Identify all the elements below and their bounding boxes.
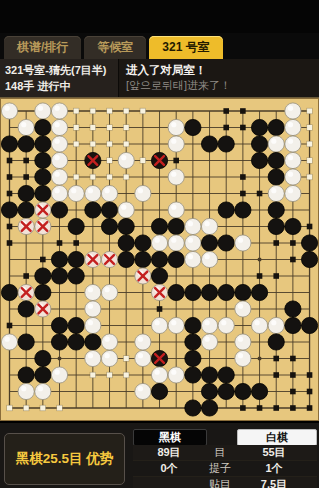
chat-message-player-joined: [앞으로뒤태]进来了！	[126, 78, 319, 93]
black-stone	[18, 185, 34, 201]
black-captures: 0个	[133, 461, 205, 476]
stone-highlight	[271, 139, 276, 144]
black-stone	[35, 136, 51, 152]
black-territory-marker	[240, 125, 246, 131]
white-stone	[85, 284, 101, 300]
black-stone	[35, 152, 51, 168]
white-territory-marker	[307, 125, 313, 131]
black-stone	[1, 136, 17, 152]
black-stone	[51, 268, 67, 284]
white-stone	[168, 119, 184, 135]
white-stone	[268, 136, 284, 152]
white-stone	[285, 169, 301, 185]
white-stone	[85, 185, 101, 201]
header-gap	[207, 429, 237, 445]
white-stone	[51, 119, 67, 135]
black-territory-marker	[290, 372, 296, 378]
white-territory-marker	[307, 174, 313, 180]
black-stone	[18, 202, 34, 218]
black-stone	[201, 383, 217, 399]
points-label: 目	[205, 445, 235, 460]
black-stone	[218, 202, 234, 218]
black-territory-marker	[307, 405, 313, 411]
black-territory-marker	[307, 224, 313, 230]
stone-highlight	[205, 254, 210, 259]
black-stone	[51, 334, 67, 350]
black-stone	[68, 251, 84, 267]
black-stone	[251, 383, 267, 399]
stone-highlight	[238, 337, 243, 342]
stone-highlight	[288, 139, 293, 144]
black-territory-marker	[273, 356, 279, 362]
white-stone	[235, 334, 251, 350]
black-stone	[185, 119, 201, 135]
black-territory-marker	[223, 125, 229, 131]
stone-highlight	[205, 337, 210, 342]
black-territory-marker	[240, 405, 246, 411]
stone-highlight	[71, 188, 76, 193]
black-stone	[118, 235, 134, 251]
black-stone	[235, 383, 251, 399]
black-stone	[218, 136, 234, 152]
stone-highlight	[105, 188, 110, 193]
black-stone	[135, 251, 151, 267]
room-title: 321号室-猜先(7目半)	[5, 62, 118, 78]
stone-highlight	[155, 370, 160, 375]
stone-highlight	[105, 353, 110, 358]
black-stone	[251, 136, 267, 152]
white-stone	[268, 317, 284, 333]
stone-highlight	[5, 337, 10, 342]
tab-room-321[interactable]: 321 号室	[149, 36, 222, 59]
white-stone	[185, 235, 201, 251]
white-stone	[168, 202, 184, 218]
white-stone	[201, 218, 217, 234]
white-territory-marker	[107, 125, 113, 131]
black-stone	[151, 268, 167, 284]
white-stone	[135, 350, 151, 366]
stone-highlight	[121, 155, 126, 160]
stone-highlight	[138, 337, 143, 342]
white-stone	[235, 235, 251, 251]
black-stone	[218, 235, 234, 251]
white-territory-marker	[23, 405, 29, 411]
black-stone	[201, 235, 217, 251]
stone-highlight	[88, 353, 93, 358]
white-stone	[35, 383, 51, 399]
black-territory-marker	[290, 405, 296, 411]
white-stone	[135, 334, 151, 350]
go-board[interactable]	[0, 98, 319, 421]
white-territory-marker	[107, 174, 113, 180]
black-territory-marker	[257, 191, 263, 197]
stone-highlight	[238, 238, 243, 243]
score-table: 黑棋 白棋 89目 目 55目 0个 提子 1个 贴目 7.5目	[133, 429, 317, 485]
white-territory-marker	[90, 372, 96, 378]
stone-highlight	[55, 155, 60, 160]
white-stone	[118, 202, 134, 218]
white-stone	[218, 317, 234, 333]
black-player-header: 黑棋	[133, 429, 207, 446]
hoshi-point	[258, 357, 262, 361]
status-bar	[0, 0, 319, 33]
stone-highlight	[171, 238, 176, 243]
stone-highlight	[88, 304, 93, 309]
black-stone	[268, 334, 284, 350]
black-territory-marker	[273, 405, 279, 411]
stone-highlight	[238, 353, 243, 358]
black-territory-marker	[7, 191, 13, 197]
black-territory-marker	[40, 257, 46, 263]
stone-highlight	[255, 320, 260, 325]
stone-highlight	[21, 386, 26, 391]
black-territory-marker	[7, 323, 13, 329]
white-stone	[18, 383, 34, 399]
lead-estimate-box: 黑棋25.5目 优势	[4, 433, 125, 485]
black-stone	[35, 119, 51, 135]
black-territory-marker	[23, 273, 29, 279]
white-stone	[18, 119, 34, 135]
white-stone	[285, 103, 301, 119]
stone-highlight	[105, 287, 110, 292]
black-territory-marker	[290, 356, 296, 362]
white-player-header: 白棋	[237, 429, 317, 446]
black-stone	[185, 334, 201, 350]
black-territory-marker	[273, 372, 279, 378]
black-stone	[151, 383, 167, 399]
black-territory-marker	[23, 174, 29, 180]
white-territory-marker	[73, 174, 79, 180]
komi-label: 贴目	[205, 477, 235, 488]
black-stone	[118, 218, 134, 234]
stone-highlight	[155, 238, 160, 243]
white-stone	[151, 235, 167, 251]
white-stone	[285, 119, 301, 135]
white-territory-marker	[107, 141, 113, 147]
black-stone	[1, 202, 17, 218]
stone-highlight	[121, 205, 126, 210]
white-stone	[185, 218, 201, 234]
white-stone	[285, 136, 301, 152]
black-stone	[35, 284, 51, 300]
white-points: 55目	[235, 445, 313, 460]
white-stone	[101, 185, 117, 201]
black-stone	[101, 218, 117, 234]
black-stone	[301, 251, 317, 267]
stone-highlight	[171, 205, 176, 210]
white-stone	[151, 317, 167, 333]
chat-message-enter-room: 进入了对局室！	[126, 62, 319, 78]
white-territory-marker	[90, 174, 96, 180]
stone-highlight	[288, 155, 293, 160]
black-stone	[201, 284, 217, 300]
white-stone	[68, 185, 84, 201]
stone-highlight	[88, 287, 93, 292]
captures-label: 提子	[205, 461, 235, 476]
white-stone	[201, 317, 217, 333]
white-territory-marker	[107, 372, 113, 378]
white-stone	[251, 317, 267, 333]
black-stone	[168, 251, 184, 267]
move-status: 148手 进行中	[5, 78, 118, 94]
white-territory-marker	[140, 108, 146, 114]
white-territory-marker	[73, 141, 79, 147]
black-stone	[285, 218, 301, 234]
info-row: 321号室-猜先(7目半) 148手 进行中 进入了对局室！ [앞으로뒤태]进来…	[0, 59, 319, 98]
lead-estimate-text: 黑棋25.5目 优势	[16, 450, 114, 468]
white-stone	[85, 317, 101, 333]
black-stone	[251, 284, 267, 300]
black-territory-marker	[240, 108, 246, 114]
black-stone	[285, 317, 301, 333]
black-territory-marker	[240, 174, 246, 180]
white-stone	[268, 185, 284, 201]
white-territory-marker	[123, 174, 129, 180]
black-territory-marker	[273, 240, 279, 246]
go-app-window: 棋谱/排行 等候室 321 号室 321号室-猜先(7目半) 148手 进行中 …	[0, 0, 319, 488]
white-stone	[151, 367, 167, 383]
black-points: 89目	[133, 445, 205, 460]
white-stone	[285, 185, 301, 201]
white-stone	[168, 136, 184, 152]
white-territory-marker	[123, 372, 129, 378]
black-stone	[151, 218, 167, 234]
black-stone	[185, 317, 201, 333]
stone-highlight	[221, 320, 226, 325]
white-stone	[51, 103, 67, 119]
black-stone	[18, 334, 34, 350]
score-row-points: 89目 目 55目	[133, 445, 317, 461]
black-territory-marker	[290, 257, 296, 263]
black-stone	[168, 218, 184, 234]
black-stone	[268, 152, 284, 168]
black-stone	[251, 152, 267, 168]
black-stone	[35, 169, 51, 185]
black-stone	[268, 119, 284, 135]
black-territory-marker	[257, 273, 263, 279]
white-stone	[201, 334, 217, 350]
black-stone	[218, 383, 234, 399]
black-territory-marker	[157, 306, 163, 312]
white-territory-marker	[107, 108, 113, 114]
score-row-komi: 贴目 7.5目	[133, 477, 317, 488]
white-stone	[135, 383, 151, 399]
stone-highlight	[105, 337, 110, 342]
black-stone	[268, 169, 284, 185]
white-stone	[51, 367, 67, 383]
tab-kifu-ranking[interactable]: 棋谱/排行	[4, 36, 81, 59]
black-stone	[135, 235, 151, 251]
black-stone	[285, 301, 301, 317]
stone-highlight	[188, 254, 193, 259]
white-territory-marker	[90, 141, 96, 147]
white-territory-marker	[73, 125, 79, 131]
black-stone	[235, 284, 251, 300]
black-territory-marker	[240, 191, 246, 197]
white-stone	[235, 350, 251, 366]
black-territory-marker	[290, 240, 296, 246]
black-stone	[301, 317, 317, 333]
stone-highlight	[55, 122, 60, 127]
stone-highlight	[38, 106, 43, 111]
black-stone	[185, 284, 201, 300]
white-territory-marker	[123, 356, 129, 362]
white-stone	[101, 350, 117, 366]
black-stone	[218, 284, 234, 300]
white-stone	[1, 103, 17, 119]
stone-highlight	[5, 106, 10, 111]
stone-highlight	[155, 320, 160, 325]
stone-highlight	[271, 188, 276, 193]
black-territory-marker	[273, 273, 279, 279]
black-stone	[18, 136, 34, 152]
white-territory-marker	[57, 405, 63, 411]
stone-highlight	[55, 188, 60, 193]
stone-highlight	[205, 320, 210, 325]
white-stone	[51, 185, 67, 201]
white-stone	[51, 152, 67, 168]
white-stone	[185, 251, 201, 267]
black-stone	[35, 350, 51, 366]
black-territory-marker	[257, 405, 263, 411]
white-stone	[51, 136, 67, 152]
white-komi: 7.5目	[235, 477, 313, 488]
stone-highlight	[271, 320, 276, 325]
black-stone	[51, 317, 67, 333]
stone-highlight	[21, 122, 26, 127]
white-territory-marker	[307, 141, 313, 147]
black-territory-marker	[7, 224, 13, 230]
black-stone	[1, 284, 17, 300]
black-stone	[35, 268, 51, 284]
tab-bar: 棋谱/排行 等候室 321 号室	[0, 33, 319, 59]
white-territory-marker	[307, 108, 313, 114]
black-territory-marker	[7, 240, 13, 246]
white-stone	[168, 235, 184, 251]
hoshi-point	[58, 357, 62, 361]
stone-highlight	[88, 188, 93, 193]
white-territory-marker	[90, 108, 96, 114]
white-stone	[135, 185, 151, 201]
white-stone	[201, 251, 217, 267]
stone-highlight	[171, 172, 176, 177]
stone-highlight	[171, 139, 176, 144]
black-stone	[85, 202, 101, 218]
black-territory-marker	[73, 240, 79, 246]
white-stone	[51, 169, 67, 185]
stone-highlight	[188, 238, 193, 243]
chat-log[interactable]: 进入了对局室！ [앞으로뒤태]进来了！	[118, 59, 319, 97]
stone-highlight	[188, 221, 193, 226]
black-stone	[201, 367, 217, 383]
stone-highlight	[288, 106, 293, 111]
room-info: 321号室-猜先(7目半) 148手 进行中	[0, 59, 118, 97]
white-stone	[235, 301, 251, 317]
white-stone	[85, 350, 101, 366]
black-stone	[185, 367, 201, 383]
black-stone	[151, 251, 167, 267]
white-stone	[168, 317, 184, 333]
white-stone	[101, 334, 117, 350]
white-territory-marker	[73, 108, 79, 114]
white-territory-marker	[90, 125, 96, 131]
black-stone	[218, 367, 234, 383]
stone-highlight	[288, 172, 293, 177]
black-stone	[251, 119, 267, 135]
score-headers: 黑棋 白棋	[133, 429, 317, 445]
white-stone	[168, 169, 184, 185]
stone-highlight	[88, 320, 93, 325]
white-stone	[118, 152, 134, 168]
black-stone	[201, 136, 217, 152]
stone-highlight	[55, 139, 60, 144]
black-territory-marker	[307, 372, 313, 378]
go-board-svg[interactable]	[0, 98, 319, 421]
black-stone	[35, 367, 51, 383]
white-stone	[85, 301, 101, 317]
black-territory-marker	[223, 108, 229, 114]
black-stone	[68, 268, 84, 284]
white-territory-marker	[40, 405, 46, 411]
black-stone	[85, 334, 101, 350]
stone-highlight	[171, 320, 176, 325]
stone-highlight	[55, 370, 60, 375]
black-territory-marker	[307, 389, 313, 395]
stone-highlight	[138, 353, 143, 358]
black-territory-marker	[7, 158, 13, 164]
white-stone	[285, 152, 301, 168]
stone-highlight	[288, 188, 293, 193]
black-territory-marker	[23, 158, 29, 164]
score-row-captures: 0个 提子 1个	[133, 461, 317, 477]
black-stone	[18, 367, 34, 383]
white-territory-marker	[140, 158, 146, 164]
white-stone	[35, 103, 51, 119]
black-stone	[68, 218, 84, 234]
white-territory-marker	[7, 405, 13, 411]
tab-waiting-room[interactable]: 等候室	[84, 36, 146, 59]
black-stone	[168, 284, 184, 300]
stone-highlight	[171, 122, 176, 127]
stone-highlight	[288, 122, 293, 127]
black-stone	[68, 317, 84, 333]
black-stone	[185, 400, 201, 416]
black-stone	[68, 334, 84, 350]
hoshi-point	[258, 258, 262, 262]
black-stone	[35, 185, 51, 201]
white-stone	[168, 367, 184, 383]
white-stone	[101, 284, 117, 300]
score-panel: 黑棋25.5目 优势 黑棋 白棋 89目 目 55目 0个 提子 1个 贴目 7…	[0, 421, 319, 488]
black-stone	[268, 202, 284, 218]
stone-highlight	[38, 386, 43, 391]
black-stone	[185, 350, 201, 366]
stone-highlight	[138, 188, 143, 193]
black-stone	[101, 202, 117, 218]
black-territory-marker	[57, 240, 63, 246]
black-stone	[268, 218, 284, 234]
white-territory-marker	[107, 158, 113, 164]
white-captures: 1个	[235, 461, 313, 476]
black-stone	[18, 301, 34, 317]
stone-highlight	[171, 370, 176, 375]
black-stone	[118, 251, 134, 267]
white-territory-marker	[123, 141, 129, 147]
stone-highlight	[238, 304, 243, 309]
black-stone	[51, 202, 67, 218]
white-territory-marker	[307, 158, 313, 164]
black-stone	[51, 251, 67, 267]
